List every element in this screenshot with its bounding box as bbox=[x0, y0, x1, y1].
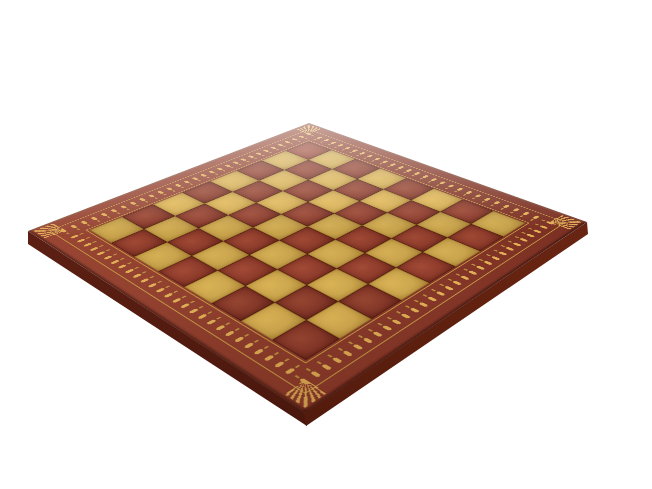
chessboard-product-photo bbox=[0, 0, 652, 489]
checker-field bbox=[90, 142, 526, 361]
chess-board bbox=[28, 123, 587, 413]
